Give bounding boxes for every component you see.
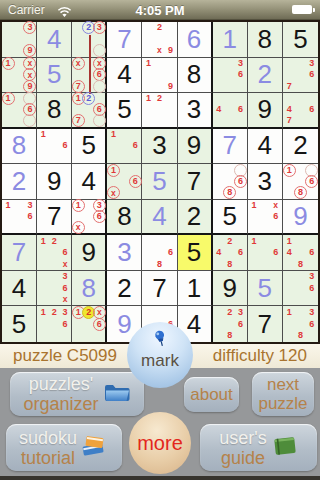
- cell-r6c1[interactable]: 136: [2, 200, 37, 236]
- given-digit: 8: [37, 93, 71, 127]
- user-digit: 9: [283, 200, 318, 234]
- user-digit: 5: [142, 164, 176, 199]
- pencil-mark-8: 8: [223, 186, 236, 199]
- user-digit: 4: [37, 22, 71, 57]
- cell-r1c1[interactable]: 39: [2, 22, 37, 58]
- puzzles-organizer-label-1: puzzles': [29, 374, 93, 394]
- empty-circle-mark: [93, 114, 106, 127]
- cell-r2c7[interactable]: 36: [213, 58, 248, 94]
- cell-r6c7[interactable]: 5: [213, 200, 248, 236]
- pencil-mark-6: 6: [305, 175, 318, 188]
- pencil-mark-4: 4: [283, 246, 296, 259]
- given-digit: 3: [178, 93, 211, 127]
- given-digit: 7: [142, 271, 176, 306]
- pencil-mark-1: 1: [107, 164, 120, 177]
- cell-r3c8[interactable]: 9: [248, 93, 283, 129]
- cell-r7c1[interactable]: 7: [2, 235, 37, 271]
- pencil-mark-9: 9: [164, 44, 177, 57]
- screen-bottom-edge: [0, 476, 320, 480]
- cell-r9c8[interactable]: 7: [248, 306, 283, 342]
- cell-r7c6[interactable]: 5: [178, 235, 213, 271]
- given-digit: 4: [248, 129, 282, 164]
- cell-r6c2[interactable]: 7: [37, 200, 72, 236]
- cell-r5c9[interactable]: 168: [283, 164, 318, 200]
- cell-r4c5[interactable]: 3: [142, 129, 177, 165]
- pencil-mark-2: 2: [153, 21, 166, 34]
- next-puzzle-label-1: next: [267, 375, 299, 394]
- user-digit: 4: [142, 200, 176, 234]
- pencil-mark-4: 4: [212, 103, 225, 116]
- user-digit: 7: [107, 22, 141, 57]
- pencil-mark-8: 8: [223, 329, 236, 342]
- pencil-mark-6: 6: [305, 282, 318, 295]
- cell-r8c7[interactable]: 9: [213, 271, 248, 307]
- pencil-mark-6: 6: [234, 246, 247, 259]
- cell-r8c4[interactable]: 2: [107, 271, 142, 307]
- green-book-icon: [272, 435, 298, 461]
- cell-r3c4[interactable]: 5: [107, 93, 142, 129]
- given-digit: 8: [178, 58, 211, 93]
- pencil-mark-6: 6: [234, 318, 247, 331]
- puzzles-organizer-label-2: organizer: [23, 394, 98, 414]
- cell-r4c6[interactable]: 9: [178, 129, 213, 165]
- cell-r4c1[interactable]: 8: [2, 129, 37, 165]
- app-screen: Carrier 4:05 PM 3942372x961851xx95xx6741…: [0, 0, 320, 480]
- pencil-mark-9: 9: [164, 80, 177, 93]
- pencil-mark-6: 6: [234, 175, 247, 188]
- pencil-mark-1: 1: [107, 128, 120, 141]
- pencil-mark-1: 1: [142, 57, 155, 70]
- user-digit: 3: [107, 235, 141, 270]
- given-digit: 5: [178, 235, 211, 270]
- cell-r5c7[interactable]: 68: [213, 164, 248, 200]
- cell-r7c4[interactable]: 3: [107, 235, 142, 271]
- pencil-mark-1: 1: [72, 199, 85, 212]
- cell-r1c2[interactable]: 4: [37, 22, 72, 58]
- books-icon: [79, 433, 109, 463]
- pencil-mark-1: 1: [2, 57, 15, 70]
- cell-r6c8[interactable]: 1x6: [248, 200, 283, 236]
- pencil-mark-6: 6: [305, 318, 318, 331]
- next-puzzle-button[interactable]: next puzzle: [252, 372, 314, 416]
- pencil-mark-1: x: [72, 57, 85, 70]
- cell-r2c8[interactable]: 2: [248, 58, 283, 94]
- cell-r5c1[interactable]: 2: [2, 164, 37, 200]
- pencil-mark-7: 7: [72, 114, 85, 127]
- status-bar: Carrier 4:05 PM: [0, 0, 320, 20]
- pencil-mark-6: 6: [234, 68, 247, 81]
- pencil-mark-2: 2: [153, 92, 166, 105]
- sudoku-tutorial-button[interactable]: sudoku tutorial: [6, 424, 122, 471]
- given-digit: 4: [107, 58, 141, 93]
- pencil-mark-8: 8: [223, 258, 236, 271]
- cell-r6c6[interactable]: 2: [178, 200, 213, 236]
- cell-r2c1[interactable]: 1xx9: [2, 58, 37, 94]
- pencil-mark-6: 6: [59, 318, 72, 331]
- sudoku-board: 3942372x961851xx95xx67419836236716812675…: [0, 20, 320, 344]
- pencil-mark-7: 7: [283, 114, 296, 127]
- pencil-mark-1: 1: [283, 164, 296, 177]
- next-puzzle-label-2: puzzle: [258, 394, 307, 413]
- pencil-mark-7: x: [72, 221, 85, 234]
- pencil-mark-9: x: [59, 258, 72, 271]
- pencil-mark-1: 1: [283, 306, 296, 319]
- pencil-mark-3: 3: [93, 21, 106, 34]
- cell-r5c5[interactable]: 5: [142, 164, 177, 200]
- pencil-mark-6: 6: [305, 68, 318, 81]
- pencil-mark-6: 6: [59, 139, 72, 152]
- given-digit: 9: [37, 164, 71, 199]
- user-digit: 7: [2, 235, 36, 270]
- given-digit: 7: [178, 164, 211, 199]
- cell-r8c1[interactable]: 4: [2, 271, 37, 307]
- cell-r4c2[interactable]: 16: [37, 129, 72, 165]
- given-digit: 2: [107, 271, 141, 306]
- cell-r4c9[interactable]: 2: [283, 129, 318, 165]
- empty-circle-mark: [23, 114, 36, 127]
- cell-r3c9[interactable]: 467: [283, 93, 318, 129]
- given-digit: 7: [248, 306, 282, 342]
- given-digit: 9: [178, 129, 211, 164]
- cell-r1c4[interactable]: 7: [107, 22, 142, 58]
- mark-button-label: mark: [141, 351, 179, 371]
- user-digit: 6: [178, 22, 211, 57]
- cell-r6c4[interactable]: 8: [107, 200, 142, 236]
- cell-r5c8[interactable]: 3: [248, 164, 283, 200]
- cell-r1c7[interactable]: 1: [213, 22, 248, 58]
- pencil-mark-8: 8: [294, 186, 307, 199]
- cell-r2c2[interactable]: 5: [37, 58, 72, 94]
- user-digit: 8: [2, 129, 36, 164]
- more-button[interactable]: more: [129, 412, 191, 474]
- pencil-mark-6: 6: [23, 210, 36, 223]
- given-digit: 8: [107, 200, 141, 234]
- cell-r6c3[interactable]: 136x: [72, 200, 107, 236]
- cell-r2c5[interactable]: 19: [142, 58, 177, 94]
- cell-r9c3[interactable]: 12x6: [72, 306, 107, 342]
- sudoku-tutorial-label-2: tutorial: [21, 448, 75, 468]
- cell-r1c6[interactable]: 6: [178, 22, 213, 58]
- cell-r1c9[interactable]: 5: [283, 22, 318, 58]
- pencil-mark-9: x: [59, 293, 72, 306]
- cell-r3c2[interactable]: 8: [37, 93, 72, 129]
- cell-r2c4[interactable]: 4: [107, 58, 142, 94]
- pencil-mark-6: 6: [305, 103, 318, 116]
- puzzles-organizer-button[interactable]: puzzles' organizer: [10, 372, 144, 416]
- users-guide-label-1: user's: [219, 428, 266, 448]
- given-digit: 3: [248, 164, 282, 199]
- pencil-mark-4: 4: [212, 246, 225, 259]
- cell-r5c3[interactable]: 4: [72, 164, 107, 200]
- pushpin-icon: [151, 329, 170, 352]
- pencil-mark-8: 8: [294, 329, 307, 342]
- given-digit: 5: [213, 200, 247, 234]
- pencil-mark-8: 8: [294, 258, 307, 271]
- given-digit: 9: [72, 235, 105, 270]
- cell-r3c3[interactable]: 1267: [72, 93, 107, 129]
- given-digit: 9: [213, 271, 247, 306]
- given-digit: 9: [248, 93, 282, 127]
- given-digit: 4: [72, 164, 105, 199]
- pencil-mark-1: 1: [37, 128, 50, 141]
- pencil-mark-6: 6: [305, 246, 318, 259]
- pencil-mark-6: 6: [269, 246, 282, 259]
- cell-r6c9[interactable]: 9: [283, 200, 318, 236]
- cell-r3c5[interactable]: 12: [142, 93, 177, 129]
- pencil-mark-6: 6: [129, 139, 142, 152]
- pencil-mark-6: 6: [269, 210, 282, 223]
- puzzle-id-label: puzzle C5099: [13, 346, 117, 366]
- user-digit: 5: [248, 271, 282, 306]
- given-digit: 4: [2, 271, 36, 306]
- pencil-mark-6: 6: [93, 210, 106, 223]
- cell-r9c7[interactable]: 2368: [213, 306, 248, 342]
- user-digit: 8: [72, 271, 105, 306]
- cell-r5c6[interactable]: 7: [178, 164, 213, 200]
- pencil-mark-6: 6: [129, 175, 142, 188]
- pencil-mark-1: 1: [247, 199, 260, 212]
- cell-r1c5[interactable]: 2x9: [142, 22, 177, 58]
- pencil-mark-9: 9: [23, 80, 36, 93]
- about-label: about: [190, 385, 233, 405]
- pencil-mark-6: 6: [164, 246, 177, 259]
- cell-r9c9[interactable]: 1368: [283, 306, 318, 342]
- folder-icon: [103, 381, 131, 407]
- cell-r9c2[interactable]: 1236: [37, 306, 72, 342]
- pencil-mark-1: 1: [2, 92, 15, 105]
- about-button[interactable]: about: [184, 377, 239, 412]
- given-digit: 3: [142, 129, 176, 164]
- empty-circle-mark: [93, 80, 106, 93]
- more-label: more: [137, 432, 183, 455]
- user-digit: 2: [248, 58, 282, 93]
- pencil-mark-8: 8: [153, 258, 166, 271]
- cell-r9c1[interactable]: 5: [2, 306, 37, 342]
- pencil-mark-7: 7: [283, 80, 296, 93]
- cell-r2c9[interactable]: 367: [283, 58, 318, 94]
- pencil-mark-9: 9: [23, 44, 36, 57]
- cell-r7c2[interactable]: 126x: [37, 235, 72, 271]
- user-digit: 2: [2, 164, 36, 199]
- user-digit: 1: [213, 22, 247, 57]
- users-guide-label-2: guide: [221, 448, 265, 468]
- cell-r8c5[interactable]: 7: [142, 271, 177, 307]
- pencil-mark-2: 2: [48, 235, 61, 248]
- given-digit: 8: [248, 22, 282, 57]
- cell-r6c5[interactable]: 4: [142, 200, 177, 236]
- pencil-mark-3: 3: [23, 21, 36, 34]
- cell-r7c5[interactable]: 68: [142, 235, 177, 271]
- pencil-mark-6: 6: [234, 103, 247, 116]
- user-digit: 7: [213, 129, 247, 164]
- cell-r8c9[interactable]: 36: [283, 271, 318, 307]
- pencil-mark-2: 2: [223, 235, 236, 248]
- given-digit: 5: [283, 22, 318, 57]
- given-digit: 5: [107, 93, 141, 127]
- users-guide-button[interactable]: user's guide: [200, 424, 317, 471]
- cell-r5c4[interactable]: 16x: [107, 164, 142, 200]
- cell-r8c3[interactable]: 8: [72, 271, 107, 307]
- pencil-mark-2: 2: [82, 92, 95, 105]
- cell-r7c3[interactable]: 9: [72, 235, 107, 271]
- pencil-mark-1: 1: [247, 235, 260, 248]
- empty-circle-mark: [93, 44, 106, 57]
- mark-button[interactable]: mark: [127, 322, 193, 388]
- difficulty-label: difficulty 120: [213, 346, 307, 366]
- cell-r8c6[interactable]: 1: [178, 271, 213, 307]
- clock: 4:05 PM: [0, 3, 320, 18]
- cell-r3c7[interactable]: 46: [213, 93, 248, 129]
- cell-r2c6[interactable]: 8: [178, 58, 213, 94]
- cell-r3c1[interactable]: 16: [2, 93, 37, 129]
- cell-r4c8[interactable]: 4: [248, 129, 283, 165]
- sudoku-tutorial-label-1: sudoku: [19, 428, 77, 448]
- cell-r4c7[interactable]: 7: [213, 129, 248, 165]
- cell-r3c6[interactable]: 3: [178, 93, 213, 129]
- cell-r7c7[interactable]: 2468: [213, 235, 248, 271]
- given-digit: 2: [283, 129, 318, 164]
- pencil-mark-6: 6: [93, 318, 106, 331]
- cell-r4c3[interactable]: 5: [72, 129, 107, 165]
- cell-r8c2[interactable]: 36x: [37, 271, 72, 307]
- given-digit: 1: [178, 271, 211, 306]
- cell-r5c2[interactable]: 9: [37, 164, 72, 200]
- given-digit: 2: [178, 200, 211, 234]
- pencil-mark-7: x: [107, 186, 120, 199]
- cell-r7c8[interactable]: 16: [248, 235, 283, 271]
- pencil-mark-7: 7: [72, 80, 85, 93]
- given-digit: 7: [37, 200, 71, 234]
- pencil-mark-1: 1: [2, 199, 15, 212]
- battery-icon: [292, 5, 312, 14]
- user-digit: 5: [37, 58, 71, 93]
- given-digit: 5: [72, 129, 105, 164]
- cell-r1c8[interactable]: 8: [248, 22, 283, 58]
- given-digit: 5: [2, 306, 36, 342]
- cell-r8c8[interactable]: 5: [248, 271, 283, 307]
- cell-r4c4[interactable]: 16: [107, 129, 142, 165]
- chain-annotation-line: [89, 35, 91, 94]
- cell-r7c9[interactable]: 1468: [283, 235, 318, 271]
